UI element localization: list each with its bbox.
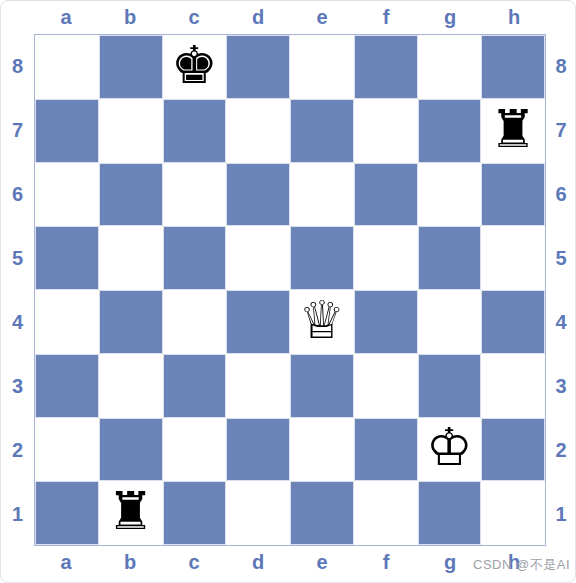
- file-label-b: b: [98, 1, 162, 34]
- square-e3[interactable]: [290, 354, 354, 418]
- square-f4[interactable]: [354, 290, 418, 354]
- file-label-h: h: [482, 1, 546, 34]
- square-a5[interactable]: [35, 226, 99, 290]
- square-b2[interactable]: [99, 418, 163, 482]
- file-label-d: d: [226, 546, 290, 579]
- square-d1[interactable]: [226, 481, 290, 545]
- rank-label-6: 6: [545, 162, 576, 226]
- file-label-e: e: [290, 1, 354, 34]
- square-h3[interactable]: [481, 354, 545, 418]
- piece-black-king-c8[interactable]: ♚: [171, 39, 218, 91]
- square-d8[interactable]: [226, 35, 290, 99]
- chess-diagram-page: abcdefgh 87654321 ♚♜♕♔♜ 87654321 abcdefg…: [0, 0, 576, 583]
- square-b5[interactable]: [99, 226, 163, 290]
- chess-board[interactable]: ♚♜♕♔♜: [34, 34, 546, 546]
- square-e7[interactable]: [290, 99, 354, 163]
- square-f3[interactable]: [354, 354, 418, 418]
- square-e5[interactable]: [290, 226, 354, 290]
- file-label-f: f: [354, 546, 418, 579]
- file-label-f: f: [354, 1, 418, 34]
- watermark-text: CSDN @不是AI: [473, 556, 570, 574]
- square-h6[interactable]: [481, 163, 545, 227]
- file-label-e: e: [290, 546, 354, 579]
- square-c5[interactable]: [163, 226, 227, 290]
- square-c3[interactable]: [163, 354, 227, 418]
- square-f5[interactable]: [354, 226, 418, 290]
- rank-labels-right: 87654321: [545, 34, 576, 546]
- square-b7[interactable]: [99, 99, 163, 163]
- rank-labels-left: 87654321: [1, 34, 34, 546]
- piece-white-king-g2[interactable]: ♔: [426, 421, 473, 473]
- square-e1[interactable]: [290, 481, 354, 545]
- square-f7[interactable]: [354, 99, 418, 163]
- piece-white-queen-e4[interactable]: ♕: [299, 294, 346, 346]
- square-g8[interactable]: [418, 35, 482, 99]
- file-label-a: a: [34, 1, 98, 34]
- rank-label-2: 2: [1, 418, 34, 482]
- rank-label-4: 4: [1, 290, 34, 354]
- square-d4[interactable]: [226, 290, 290, 354]
- square-h8[interactable]: [481, 35, 545, 99]
- piece-black-rook-h7[interactable]: ♜: [490, 103, 537, 155]
- rank-label-8: 8: [545, 34, 576, 98]
- square-g1[interactable]: [418, 481, 482, 545]
- rank-label-6: 6: [1, 162, 34, 226]
- square-c6[interactable]: [163, 163, 227, 227]
- rank-label-7: 7: [545, 98, 576, 162]
- square-f8[interactable]: [354, 35, 418, 99]
- square-d6[interactable]: [226, 163, 290, 227]
- square-a6[interactable]: [35, 163, 99, 227]
- square-e2[interactable]: [290, 418, 354, 482]
- square-h2[interactable]: [481, 418, 545, 482]
- file-labels-top: abcdefgh: [34, 1, 546, 34]
- square-e6[interactable]: [290, 163, 354, 227]
- square-h4[interactable]: [481, 290, 545, 354]
- square-g2[interactable]: ♔: [418, 418, 482, 482]
- rank-label-4: 4: [545, 290, 576, 354]
- square-b1[interactable]: ♜: [99, 481, 163, 545]
- file-label-g: g: [418, 1, 482, 34]
- square-c8[interactable]: ♚: [163, 35, 227, 99]
- square-e4[interactable]: ♕: [290, 290, 354, 354]
- square-f6[interactable]: [354, 163, 418, 227]
- square-e8[interactable]: [290, 35, 354, 99]
- square-c7[interactable]: [163, 99, 227, 163]
- square-g3[interactable]: [418, 354, 482, 418]
- rank-label-5: 5: [1, 226, 34, 290]
- square-h7[interactable]: ♜: [481, 99, 545, 163]
- square-g7[interactable]: [418, 99, 482, 163]
- square-h1[interactable]: [481, 481, 545, 545]
- square-c1[interactable]: [163, 481, 227, 545]
- rank-label-3: 3: [545, 354, 576, 418]
- square-d3[interactable]: [226, 354, 290, 418]
- square-b3[interactable]: [99, 354, 163, 418]
- square-b8[interactable]: [99, 35, 163, 99]
- square-a3[interactable]: [35, 354, 99, 418]
- square-c2[interactable]: [163, 418, 227, 482]
- square-b6[interactable]: [99, 163, 163, 227]
- rank-label-3: 3: [1, 354, 34, 418]
- file-label-c: c: [162, 1, 226, 34]
- rank-label-8: 8: [1, 34, 34, 98]
- square-g5[interactable]: [418, 226, 482, 290]
- square-d7[interactable]: [226, 99, 290, 163]
- file-label-c: c: [162, 546, 226, 579]
- square-c4[interactable]: [163, 290, 227, 354]
- rank-label-1: 1: [545, 482, 576, 546]
- file-label-b: b: [98, 546, 162, 579]
- square-g4[interactable]: [418, 290, 482, 354]
- square-a8[interactable]: [35, 35, 99, 99]
- square-a4[interactable]: [35, 290, 99, 354]
- piece-black-rook-b1[interactable]: ♜: [107, 485, 154, 537]
- square-h5[interactable]: [481, 226, 545, 290]
- file-label-a: a: [34, 546, 98, 579]
- file-label-d: d: [226, 1, 290, 34]
- square-d5[interactable]: [226, 226, 290, 290]
- rank-label-1: 1: [1, 482, 34, 546]
- square-a1[interactable]: [35, 481, 99, 545]
- square-g6[interactable]: [418, 163, 482, 227]
- square-a2[interactable]: [35, 418, 99, 482]
- file-labels-bottom: abcdefgh: [34, 546, 546, 579]
- rank-label-2: 2: [545, 418, 576, 482]
- square-a7[interactable]: [35, 99, 99, 163]
- rank-label-7: 7: [1, 98, 34, 162]
- rank-label-5: 5: [545, 226, 576, 290]
- square-b4[interactable]: [99, 290, 163, 354]
- square-f1[interactable]: [354, 481, 418, 545]
- square-d2[interactable]: [226, 418, 290, 482]
- square-f2[interactable]: [354, 418, 418, 482]
